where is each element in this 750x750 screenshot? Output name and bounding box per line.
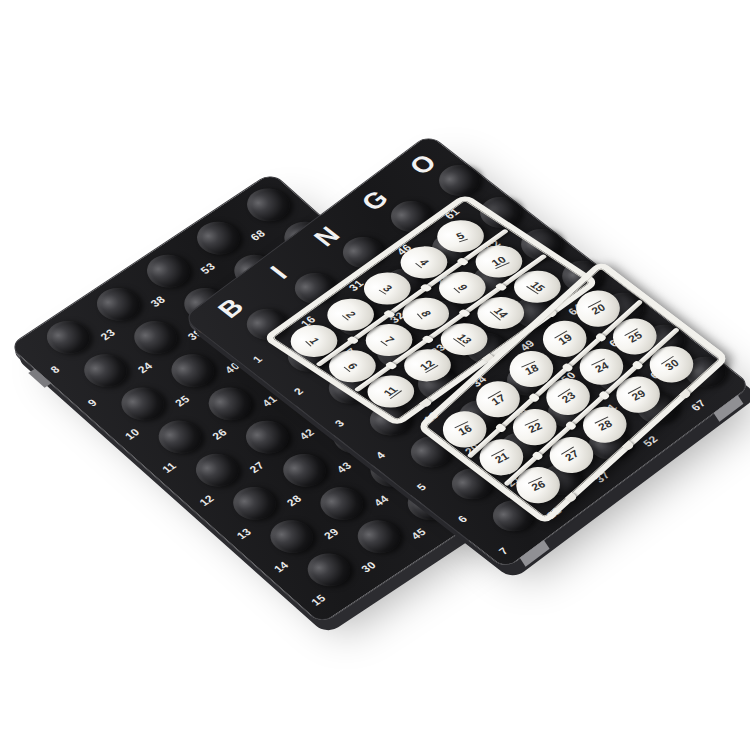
ball-number: 22 — [525, 419, 545, 435]
ball-number: 14 — [490, 305, 512, 320]
bingo-set-photo: 8233853689243954691025405570112641567112… — [0, 0, 750, 750]
ball-number: 15 — [526, 279, 549, 294]
cell-number-label: 1 — [250, 354, 265, 365]
latch-slot — [28, 369, 51, 388]
ball-number: 6 — [344, 360, 362, 372]
cell-number-label: 53 — [198, 261, 218, 276]
cell-number-label: 6 — [455, 513, 470, 524]
cell-number-label: 29 — [321, 526, 341, 541]
ball-number: 8 — [417, 308, 435, 319]
ball-dimple — [238, 182, 298, 228]
ball-number: 10 — [488, 254, 510, 269]
ball-number: 5 — [453, 230, 468, 242]
cell-number-label: 27 — [247, 460, 267, 475]
cell-number-label: 25 — [172, 393, 192, 408]
ball-number: 25 — [624, 328, 645, 345]
cell-number-label: 42 — [297, 427, 317, 442]
ball-number: 11 — [380, 384, 402, 399]
cell-number-label: 38 — [148, 294, 168, 309]
ball-number: 12 — [416, 358, 439, 373]
cell-number-label: 14 — [271, 559, 291, 574]
ball-number: 7 — [380, 334, 398, 346]
ball-number: 3 — [379, 282, 396, 294]
cell-number-label: 3 — [332, 417, 347, 428]
cell-number-label: 10 — [122, 426, 142, 441]
cell-number-label: 11 — [159, 460, 178, 475]
cell-number-label: 41 — [260, 393, 280, 408]
cell-number-label: 26 — [210, 426, 230, 441]
cell-number-label: 13 — [234, 526, 254, 541]
ball-number: 9 — [453, 282, 471, 294]
ball-number: 1 — [305, 335, 323, 346]
ball-number: 17 — [488, 391, 509, 408]
ball-number: 26 — [528, 477, 548, 493]
cell-number-label: 24 — [135, 360, 155, 375]
ball-number: 4 — [415, 256, 433, 268]
cell-number-label: 68 — [248, 227, 268, 242]
ball-number: 27 — [561, 446, 582, 463]
cell-number-label: 5 — [414, 481, 429, 492]
ball-number: 29 — [628, 386, 649, 403]
cell-number-label: 7 — [496, 545, 511, 556]
ball-number: 2 — [342, 309, 360, 321]
ball-number: 24 — [591, 358, 611, 375]
ball-number: 28 — [595, 416, 615, 433]
cell-number-label: 12 — [197, 493, 217, 508]
ball-number: 30 — [661, 356, 682, 373]
ball-number: 21 — [491, 449, 512, 466]
ball-number: 19 — [554, 330, 575, 347]
cell-number-label: 45 — [409, 526, 429, 541]
cell-number-label: 4 — [373, 449, 388, 460]
cell-number-label: 28 — [284, 493, 304, 508]
ball-number: 20 — [588, 300, 609, 317]
ball-number: 18 — [521, 361, 541, 377]
cell-number-label: 30 — [359, 559, 379, 574]
ball-number: 13 — [453, 331, 476, 346]
ball-number: 23 — [558, 388, 579, 405]
cell-number-label: 8 — [48, 364, 62, 376]
ball-number: 16 — [454, 421, 474, 438]
cell-number-label: 44 — [371, 493, 391, 508]
cell-number-label: 23 — [98, 327, 118, 342]
cell-number-label: 15 — [308, 592, 328, 607]
cell-number-label: 2 — [291, 385, 306, 396]
cell-number-label: 67 — [688, 397, 708, 412]
cell-number-label: 43 — [334, 460, 354, 475]
cell-number-label: 9 — [85, 397, 99, 409]
